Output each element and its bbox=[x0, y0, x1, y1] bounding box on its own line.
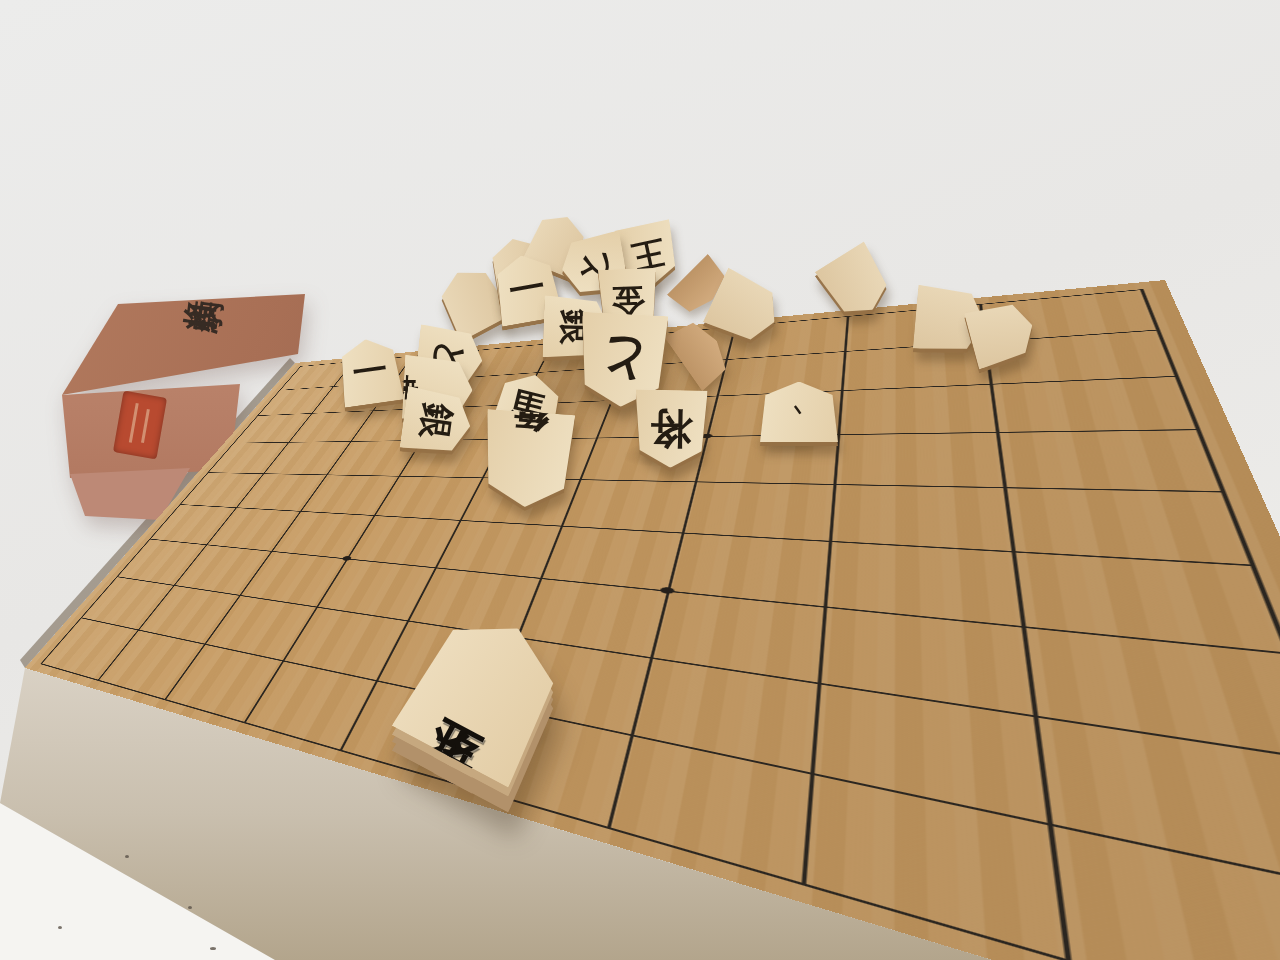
piece-body bbox=[964, 297, 1040, 369]
shogi-piece-丶[interactable]: 丶 bbox=[760, 382, 838, 443]
piece-body: 丶 bbox=[760, 382, 838, 443]
board-square bbox=[836, 433, 1007, 488]
board-square bbox=[993, 377, 1196, 433]
board-square bbox=[1000, 430, 1222, 492]
piece-kanji: と bbox=[596, 334, 650, 386]
piece-kanji: 銀 bbox=[417, 401, 458, 442]
shogi-piece-角行[interactable]: 角行 bbox=[484, 412, 572, 507]
piece-kanji: 王 bbox=[629, 235, 668, 274]
dust-speck bbox=[210, 947, 216, 950]
dust-speck bbox=[188, 906, 192, 909]
dust-speck bbox=[58, 926, 62, 929]
shogi-piece[interactable] bbox=[827, 252, 885, 315]
shogi-piece-一[interactable]: 一 bbox=[340, 339, 400, 404]
board-square bbox=[684, 482, 836, 542]
piece-body: 将 bbox=[634, 389, 707, 468]
piece-body: 角行 bbox=[481, 410, 575, 511]
board-square bbox=[563, 480, 697, 534]
piece-kanji: 一 bbox=[506, 267, 548, 309]
photo-stage: 将棋駒 王と一金銀とと一歩兵銀馬角行将丶王将 bbox=[0, 0, 1280, 960]
piece-kanji: 王将 bbox=[460, 679, 508, 707]
shogi-piece-王将[interactable]: 王将 bbox=[418, 620, 550, 765]
piece-kanji: 一 bbox=[350, 351, 389, 390]
piece-body: 王将 bbox=[392, 598, 577, 788]
shogi-piece-銀[interactable]: 銀 bbox=[406, 388, 468, 455]
piece-kanji: 将 bbox=[650, 408, 692, 450]
piece-kanji: 丶 bbox=[789, 402, 809, 422]
piece-body: 一 bbox=[336, 335, 404, 408]
shogi-piece-将[interactable]: 将 bbox=[635, 390, 707, 468]
piece-body: 銀 bbox=[400, 386, 475, 457]
shogi-piece[interactable] bbox=[973, 302, 1031, 365]
shogi-piece[interactable] bbox=[667, 332, 733, 373]
board-square bbox=[832, 485, 1016, 553]
board-square bbox=[840, 385, 999, 435]
dust-speck bbox=[125, 855, 129, 858]
piece-kanji: 角行 bbox=[510, 457, 545, 463]
piece-kanji: 金 bbox=[611, 283, 646, 318]
piece-body bbox=[815, 241, 897, 325]
